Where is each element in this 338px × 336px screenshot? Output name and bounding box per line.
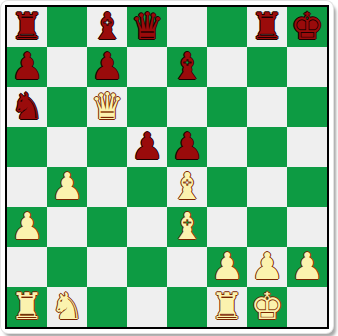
square-h7[interactable] (287, 47, 327, 87)
square-h6[interactable] (287, 87, 327, 127)
chess-board: ♜♝♛♜♚♟♟♝♞♛♟♟♟♝♟♝♟♟♟♜♞♜♚ (7, 7, 327, 327)
square-g2[interactable]: ♟ (247, 247, 287, 287)
board-frame: ♜♝♛♜♚♟♟♝♞♛♟♟♟♝♟♝♟♟♟♜♞♜♚ (1, 1, 333, 333)
square-g4[interactable] (247, 167, 287, 207)
square-f1[interactable]: ♜ (207, 287, 247, 327)
square-d5[interactable]: ♟ (127, 127, 167, 167)
square-h3[interactable] (287, 207, 327, 247)
square-g5[interactable] (247, 127, 287, 167)
piece-black-pawn[interactable]: ♟ (10, 47, 43, 87)
piece-white-pawn[interactable]: ♟ (250, 247, 283, 287)
piece-white-knight[interactable]: ♞ (50, 287, 83, 327)
square-a1[interactable]: ♜ (7, 287, 47, 327)
piece-white-pawn[interactable]: ♟ (50, 167, 83, 207)
square-h5[interactable] (287, 127, 327, 167)
piece-black-pawn[interactable]: ♟ (130, 127, 163, 167)
square-d8[interactable]: ♛ (127, 7, 167, 47)
piece-white-bishop[interactable]: ♝ (170, 207, 203, 247)
square-f3[interactable] (207, 207, 247, 247)
piece-black-rook[interactable]: ♜ (250, 7, 283, 47)
square-e5[interactable]: ♟ (167, 127, 207, 167)
square-b3[interactable] (47, 207, 87, 247)
square-f6[interactable] (207, 87, 247, 127)
piece-white-pawn[interactable]: ♟ (10, 207, 43, 247)
square-a7[interactable]: ♟ (7, 47, 47, 87)
square-g3[interactable] (247, 207, 287, 247)
piece-black-queen[interactable]: ♛ (130, 7, 163, 47)
square-d1[interactable] (127, 287, 167, 327)
square-f8[interactable] (207, 7, 247, 47)
piece-black-pawn[interactable]: ♟ (90, 47, 123, 87)
square-h4[interactable] (287, 167, 327, 207)
square-d6[interactable] (127, 87, 167, 127)
square-a8[interactable]: ♜ (7, 7, 47, 47)
piece-white-rook[interactable]: ♜ (10, 287, 43, 327)
square-e4[interactable]: ♝ (167, 167, 207, 207)
square-c5[interactable] (87, 127, 127, 167)
square-e8[interactable] (167, 7, 207, 47)
square-d4[interactable] (127, 167, 167, 207)
square-a6[interactable]: ♞ (7, 87, 47, 127)
square-c2[interactable] (87, 247, 127, 287)
piece-black-knight[interactable]: ♞ (10, 87, 43, 127)
square-c1[interactable] (87, 287, 127, 327)
square-f5[interactable] (207, 127, 247, 167)
square-e6[interactable] (167, 87, 207, 127)
piece-black-bishop[interactable]: ♝ (170, 47, 203, 87)
square-e7[interactable]: ♝ (167, 47, 207, 87)
square-b2[interactable] (47, 247, 87, 287)
square-g7[interactable] (247, 47, 287, 87)
square-b5[interactable] (47, 127, 87, 167)
square-b4[interactable]: ♟ (47, 167, 87, 207)
piece-black-bishop[interactable]: ♝ (90, 7, 123, 47)
square-g6[interactable] (247, 87, 287, 127)
piece-white-queen[interactable]: ♛ (90, 87, 123, 127)
square-a4[interactable] (7, 167, 47, 207)
piece-white-bishop[interactable]: ♝ (170, 167, 203, 207)
square-a3[interactable]: ♟ (7, 207, 47, 247)
square-d2[interactable] (127, 247, 167, 287)
piece-black-rook[interactable]: ♜ (10, 7, 43, 47)
square-b6[interactable] (47, 87, 87, 127)
square-h2[interactable]: ♟ (287, 247, 327, 287)
square-e3[interactable]: ♝ (167, 207, 207, 247)
square-c3[interactable] (87, 207, 127, 247)
piece-white-pawn[interactable]: ♟ (210, 247, 243, 287)
piece-black-pawn[interactable]: ♟ (170, 127, 203, 167)
square-h1[interactable] (287, 287, 327, 327)
square-g8[interactable]: ♜ (247, 7, 287, 47)
square-a2[interactable] (7, 247, 47, 287)
square-f4[interactable] (207, 167, 247, 207)
square-h8[interactable]: ♚ (287, 7, 327, 47)
square-e2[interactable] (167, 247, 207, 287)
piece-black-king[interactable]: ♚ (290, 7, 323, 47)
square-d7[interactable] (127, 47, 167, 87)
square-c4[interactable] (87, 167, 127, 207)
square-b8[interactable] (47, 7, 87, 47)
board-border: ♜♝♛♜♚♟♟♝♞♛♟♟♟♝♟♝♟♟♟♜♞♜♚ (5, 5, 329, 329)
square-c8[interactable]: ♝ (87, 7, 127, 47)
square-b1[interactable]: ♞ (47, 287, 87, 327)
piece-white-pawn[interactable]: ♟ (290, 247, 323, 287)
square-g1[interactable]: ♚ (247, 287, 287, 327)
square-c7[interactable]: ♟ (87, 47, 127, 87)
square-f7[interactable] (207, 47, 247, 87)
square-a5[interactable] (7, 127, 47, 167)
piece-white-rook[interactable]: ♜ (210, 287, 243, 327)
square-f2[interactable]: ♟ (207, 247, 247, 287)
piece-white-king[interactable]: ♚ (250, 287, 283, 327)
square-d3[interactable] (127, 207, 167, 247)
square-b7[interactable] (47, 47, 87, 87)
square-e1[interactable] (167, 287, 207, 327)
square-c6[interactable]: ♛ (87, 87, 127, 127)
